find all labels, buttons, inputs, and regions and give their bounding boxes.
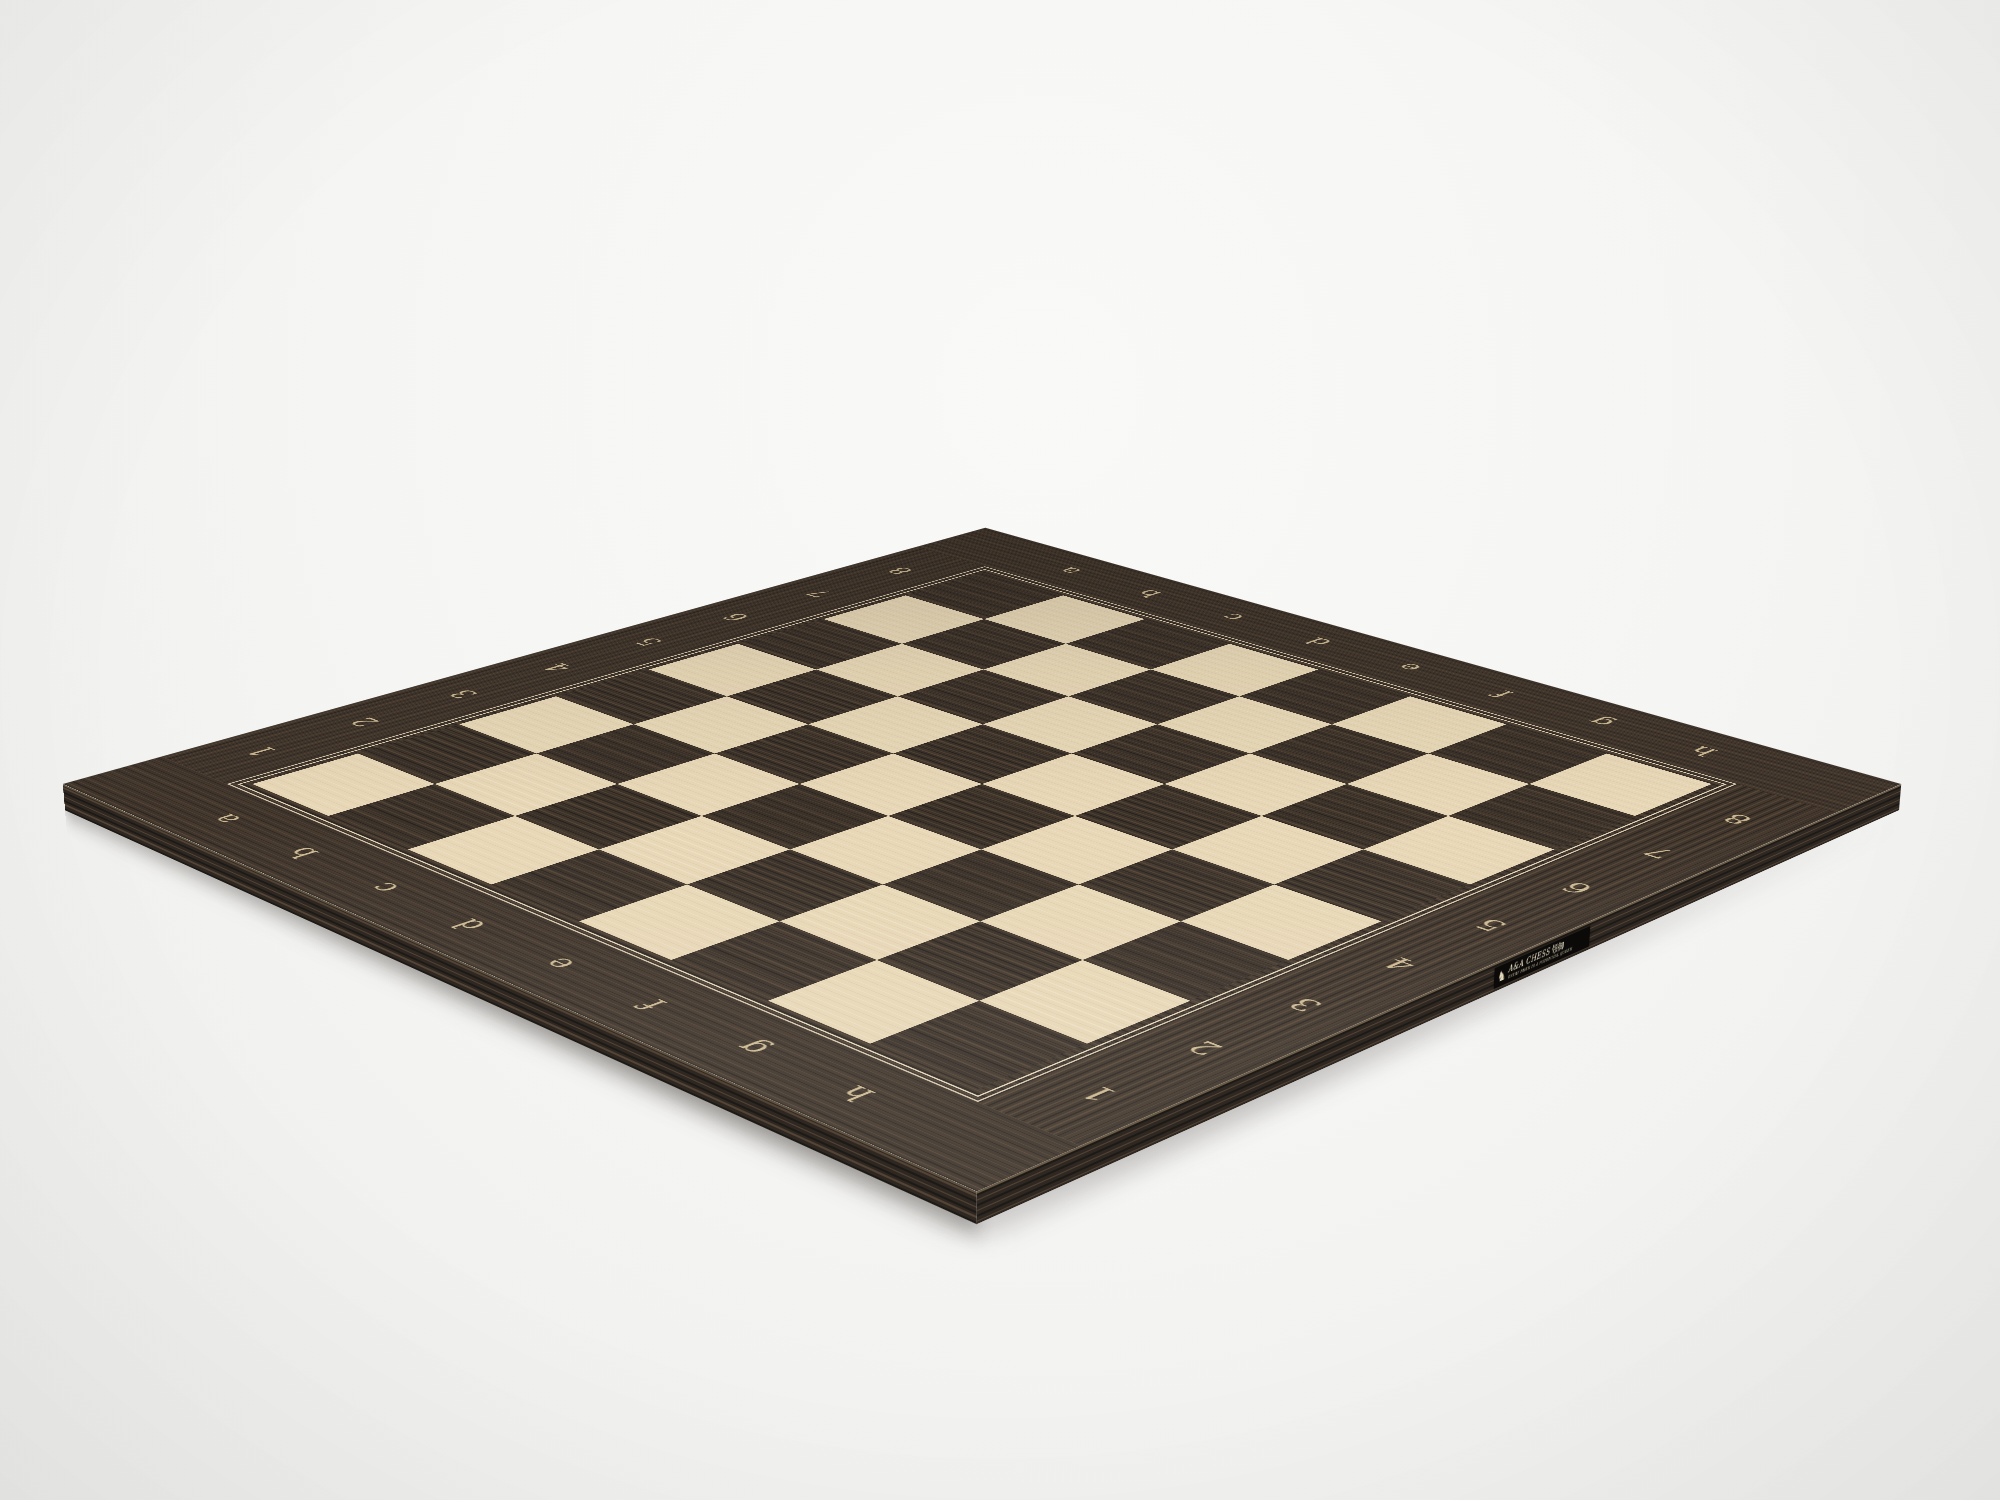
coord-rank-3-left: 3 <box>444 688 484 700</box>
square-h1 <box>870 1001 1087 1089</box>
board-border-bottom <box>63 756 1081 1191</box>
coord-rank-6-right: 6 <box>1556 879 1599 895</box>
square-g2 <box>877 921 1083 1000</box>
coord-file-e-top: e <box>1390 661 1426 673</box>
coord-file-h-top: h <box>1683 744 1722 758</box>
square-h4 <box>1181 884 1382 960</box>
square-h3 <box>1083 921 1289 1000</box>
coord-rank-8-right: 8 <box>1718 811 1759 826</box>
square-c2 <box>515 784 702 849</box>
square-e3 <box>790 816 981 885</box>
coord-rank-2-left: 2 <box>345 715 386 728</box>
board-border-right <box>978 784 1836 1146</box>
square-h6 <box>1363 816 1554 885</box>
coord-rank-3-right: 3 <box>1282 995 1329 1014</box>
coord-rank-1-right: 1 <box>1074 1082 1125 1103</box>
square-d3 <box>702 784 889 849</box>
square-e2 <box>687 849 883 921</box>
square-d2 <box>599 816 790 885</box>
coord-rank-6-left: 6 <box>718 611 755 622</box>
square-g3 <box>980 884 1181 960</box>
coord-rank-7-left: 7 <box>802 588 838 599</box>
square-b1 <box>328 784 515 849</box>
coord-file-h-bottom: h <box>831 1082 883 1103</box>
square-f4 <box>981 816 1172 885</box>
square-f2 <box>780 884 981 960</box>
board-top-face: 88aa77bb66cc55dd44ee33ff22gg11hh <box>63 528 1901 1192</box>
coord-file-c-top: c <box>1215 612 1249 623</box>
coord-file-g-bottom: g <box>726 1038 776 1058</box>
coord-rank-8-left: 8 <box>883 565 918 575</box>
coord-file-b-bottom: b <box>280 845 325 861</box>
square-d1 <box>491 849 687 921</box>
square-e4 <box>888 784 1075 849</box>
square-g6 <box>1262 784 1449 849</box>
coord-file-e-bottom: e <box>535 955 582 973</box>
coord-rank-2-right: 2 <box>1181 1038 1230 1058</box>
coord-file-b-top: b <box>1131 588 1167 599</box>
square-g5 <box>1172 816 1363 885</box>
coord-rank-7-right: 7 <box>1639 845 1681 861</box>
square-h2 <box>979 960 1190 1044</box>
coord-rank-4-left: 4 <box>539 661 578 673</box>
square-c1 <box>408 816 599 885</box>
coord-file-f-top: f <box>1487 689 1518 699</box>
coord-file-a-bottom: a <box>203 812 247 827</box>
coord-file-f-bottom: f <box>631 996 673 1012</box>
coord-rank-5-left: 5 <box>630 636 668 647</box>
coord-file-c-bottom: c <box>361 880 406 896</box>
square-f1 <box>671 921 877 1000</box>
product-photo-scene: 88aa77bb66cc55dd44ee33ff22gg11hh ♞ A&A C… <box>0 0 2000 1500</box>
square-g4 <box>1079 849 1275 921</box>
square-f5 <box>1075 784 1262 849</box>
square-g1 <box>768 960 979 1044</box>
square-f3 <box>883 849 1079 921</box>
coord-rank-4-right: 4 <box>1378 954 1424 972</box>
coordinate-labels: 88aa77bb66cc55dd44ee33ff22gg11hh <box>63 528 1901 1192</box>
chess-board: 88aa77bb66cc55dd44ee33ff22gg11hh ♞ A&A C… <box>63 528 1901 1192</box>
coord-file-d-top: d <box>1300 636 1337 647</box>
brand-knight-logo-icon: ♞ <box>1497 967 1506 984</box>
coord-rank-5-right: 5 <box>1469 916 1514 933</box>
coord-rank-1-left: 1 <box>241 744 283 758</box>
coord-file-d-bottom: d <box>445 916 492 933</box>
coord-file-a-top: a <box>1052 566 1086 576</box>
square-h7 <box>1448 784 1635 849</box>
square-e1 <box>579 884 780 960</box>
coord-file-g-top: g <box>1581 715 1620 728</box>
square-h5 <box>1274 849 1470 921</box>
perspective-scene: 88aa77bb66cc55dd44ee33ff22gg11hh ♞ A&A C… <box>0 0 2000 1500</box>
